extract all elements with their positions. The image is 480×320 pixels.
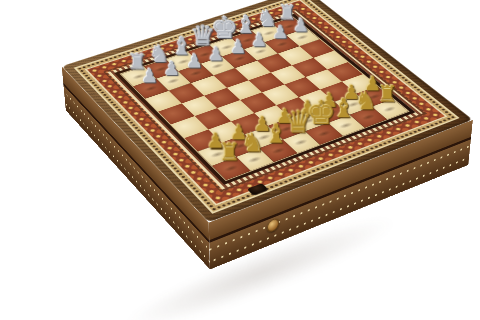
chess-board: ♜♞♝♛♚♝♞♜♟♟♟♟♟♟♟♟♟♟♟♟♟♟♟♟♜♞♝♛♚♝♞♜ xyxy=(121,17,408,180)
piece-black-pawn[interactable]: ♟ xyxy=(230,37,247,56)
piece-black-pawn[interactable]: ♟ xyxy=(251,30,268,49)
piece-black-pawn[interactable]: ♟ xyxy=(293,16,309,34)
piece-white-rook[interactable]: ♜ xyxy=(378,83,398,106)
photo-stage: Wooden inlaid chess box with metal figur… xyxy=(0,0,480,320)
piece-white-knight[interactable]: ♞ xyxy=(241,130,264,156)
square-e5[interactable] xyxy=(248,73,284,93)
piece-black-pawn[interactable]: ♟ xyxy=(208,44,225,63)
frame-walnut-chamfer: ♜♞♝♛♚♝♞♜♟♟♟♟♟♟♟♟♟♟♟♟♟♟♟♟♜♞♝♛♚♝♞♜ xyxy=(62,0,473,223)
square-h4[interactable] xyxy=(327,62,363,81)
box-lid-top: ♜♞♝♛♚♝♞♜♟♟♟♟♟♟♟♟♟♟♟♟♟♟♟♟♜♞♝♛♚♝♞♜ xyxy=(62,0,473,223)
latch-clasp[interactable] xyxy=(267,217,279,234)
piece-black-pawn[interactable]: ♟ xyxy=(164,59,181,78)
piece-white-rook[interactable]: ♜ xyxy=(219,141,241,165)
piece-white-knight[interactable]: ♞ xyxy=(355,89,377,114)
piece-black-pawn[interactable]: ♟ xyxy=(272,23,289,41)
piece-white-bishop[interactable]: ♝ xyxy=(264,120,288,147)
scene: ♜♞♝♛♚♝♞♜♟♟♟♟♟♟♟♟♟♟♟♟♟♟♟♟♜♞♝♛♚♝♞♜ xyxy=(0,0,480,320)
square-e7[interactable]: ♟ xyxy=(222,49,257,68)
piece-white-queen[interactable]: ♛ xyxy=(285,107,313,138)
square-b4[interactable] xyxy=(194,108,231,129)
piece-black-pawn[interactable]: ♟ xyxy=(186,52,203,71)
piece-black-pawn[interactable]: ♟ xyxy=(141,67,158,86)
